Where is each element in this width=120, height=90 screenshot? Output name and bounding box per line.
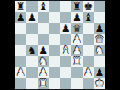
black-rook[interactable]: ♜ (16, 1, 25, 11)
square-c4[interactable]: ♟ (38, 45, 49, 56)
square-g7[interactable]: ♝ (83, 12, 94, 23)
square-h6[interactable]: ♟ (94, 23, 105, 34)
square-f8[interactable]: ♜ (71, 1, 82, 12)
black-pawn[interactable]: ♟ (95, 67, 104, 77)
square-e4[interactable]: ♝ (60, 45, 71, 56)
square-b7[interactable]: ♟ (26, 12, 37, 23)
square-e7[interactable] (60, 12, 71, 23)
square-a2[interactable]: ♟ (15, 67, 26, 78)
square-d5[interactable] (49, 34, 60, 45)
square-d4[interactable] (49, 45, 60, 56)
black-knight[interactable]: ♞ (27, 45, 36, 55)
black-pawn[interactable]: ♟ (38, 45, 47, 55)
white-pawn[interactable]: ♟ (72, 34, 81, 44)
white-bishop[interactable]: ♝ (61, 45, 70, 55)
square-c5[interactable] (38, 34, 49, 45)
white-pawn[interactable]: ♟ (16, 67, 25, 77)
square-h3[interactable] (94, 56, 105, 67)
square-a5[interactable] (15, 34, 26, 45)
square-g8[interactable]: ♚ (83, 1, 94, 12)
square-e2[interactable] (60, 67, 71, 78)
white-queen[interactable]: ♛ (95, 34, 104, 44)
black-king[interactable]: ♚ (83, 1, 92, 11)
square-a4[interactable] (15, 45, 26, 56)
black-pawn[interactable]: ♟ (61, 23, 70, 33)
black-pawn[interactable]: ♟ (27, 12, 36, 22)
square-d8[interactable] (49, 1, 60, 12)
white-knight[interactable]: ♞ (38, 56, 47, 66)
square-g3[interactable] (83, 56, 94, 67)
square-e5[interactable] (60, 34, 71, 45)
chess-app-screen: ♜♝♜♚♟♟♟♝♟♛♟♟♛♞♟♝♟♞♞♜♟♟♟♟♜♚ (0, 0, 120, 90)
square-h2[interactable]: ♟ (94, 67, 105, 78)
square-f1[interactable] (71, 78, 82, 89)
square-c1[interactable]: ♜ (38, 78, 49, 89)
square-d3[interactable] (49, 56, 60, 67)
square-h7[interactable] (94, 12, 105, 23)
square-a3[interactable] (15, 56, 26, 67)
square-e1[interactable] (60, 78, 71, 89)
square-c6[interactable] (38, 23, 49, 34)
white-pawn[interactable]: ♟ (72, 45, 81, 55)
black-pawn[interactable]: ♟ (95, 23, 104, 33)
square-b1[interactable] (26, 78, 37, 89)
black-queen[interactable]: ♛ (72, 23, 81, 33)
square-f6[interactable]: ♛ (71, 23, 82, 34)
square-d7[interactable] (49, 12, 60, 23)
square-a8[interactable]: ♜ (15, 1, 26, 12)
square-b5[interactable] (26, 34, 37, 45)
square-f2[interactable] (71, 67, 82, 78)
white-king[interactable]: ♚ (95, 78, 104, 88)
white-rook[interactable]: ♜ (72, 56, 81, 66)
square-b6[interactable] (26, 23, 37, 34)
square-f4[interactable]: ♟ (71, 45, 82, 56)
square-g5[interactable] (83, 34, 94, 45)
square-f5[interactable]: ♟ (71, 34, 82, 45)
square-a6[interactable] (15, 23, 26, 34)
black-pawn[interactable]: ♟ (16, 12, 25, 22)
square-e6[interactable]: ♟ (60, 23, 71, 34)
square-a1[interactable] (15, 78, 26, 89)
square-h5[interactable]: ♛ (94, 34, 105, 45)
square-c8[interactable]: ♝ (38, 1, 49, 12)
white-pawn[interactable]: ♟ (83, 67, 92, 77)
square-b8[interactable] (26, 1, 37, 12)
square-f7[interactable]: ♟ (71, 12, 82, 23)
square-d6[interactable] (49, 23, 60, 34)
square-c7[interactable] (38, 12, 49, 23)
square-g2[interactable]: ♟ (83, 67, 94, 78)
square-h8[interactable] (94, 1, 105, 12)
white-knight[interactable]: ♞ (95, 45, 104, 55)
white-pawn[interactable]: ♟ (38, 67, 47, 77)
square-h1[interactable]: ♚ (94, 78, 105, 89)
square-b3[interactable] (26, 56, 37, 67)
square-d2[interactable] (49, 67, 60, 78)
black-bishop[interactable]: ♝ (38, 1, 47, 11)
chess-board: ♜♝♜♚♟♟♟♝♟♛♟♟♛♞♟♝♟♞♞♜♟♟♟♟♜♚ (15, 0, 105, 90)
square-g6[interactable] (83, 23, 94, 34)
square-e3[interactable] (60, 56, 71, 67)
square-c3[interactable]: ♞ (38, 56, 49, 67)
black-bishop[interactable]: ♝ (83, 12, 92, 22)
square-g1[interactable] (83, 78, 94, 89)
black-pawn[interactable]: ♟ (72, 12, 81, 22)
square-b4[interactable]: ♞ (26, 45, 37, 56)
square-d1[interactable] (49, 78, 60, 89)
square-b2[interactable] (26, 67, 37, 78)
white-rook[interactable]: ♜ (38, 78, 47, 88)
square-f3[interactable]: ♜ (71, 56, 82, 67)
square-c2[interactable]: ♟ (38, 67, 49, 78)
square-h4[interactable]: ♞ (94, 45, 105, 56)
square-e8[interactable] (60, 1, 71, 12)
square-a7[interactable]: ♟ (15, 12, 26, 23)
black-rook[interactable]: ♜ (72, 1, 81, 11)
square-g4[interactable] (83, 45, 94, 56)
